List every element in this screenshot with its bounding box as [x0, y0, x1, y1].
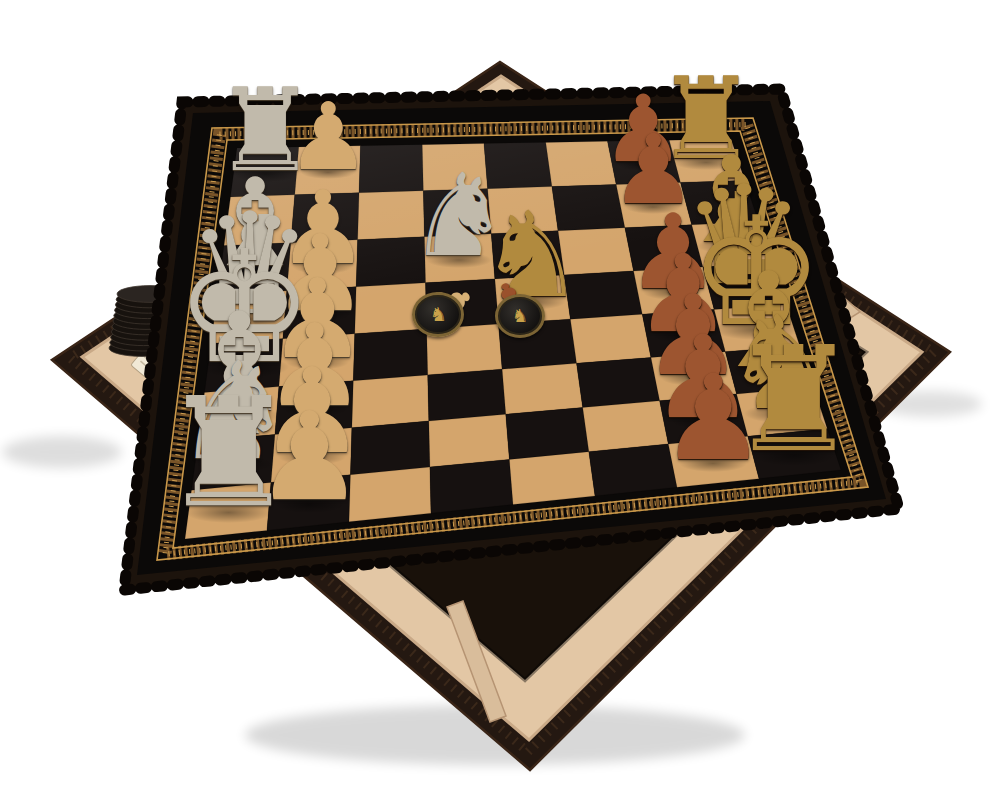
knight-logo-icon: ♞ [430, 303, 447, 326]
chess-set-photo: ♜♝♛♚♝♞♜♟♟♟♟♟♟♟♞♞♟♟♟♟♟♟♟♜♝♛♚♝♞♜♟♞♟♞ [0, 0, 1000, 811]
piece-black-pawn-h7[interactable]: ♟ [660, 359, 766, 478]
pieces-layer: ♜♝♛♚♝♞♜♟♟♟♟♟♟♟♞♞♟♟♟♟♟♟♟♜♝♛♚♝♞♜♟♞♟♞ [0, 0, 1000, 811]
pawn-base-disc: ♞ [495, 294, 545, 338]
pawn-base-disc: ♞ [412, 292, 464, 338]
piece-white-rook-h1[interactable]: ♜ [161, 379, 296, 530]
knight-logo-icon: ♞ [512, 305, 529, 326]
